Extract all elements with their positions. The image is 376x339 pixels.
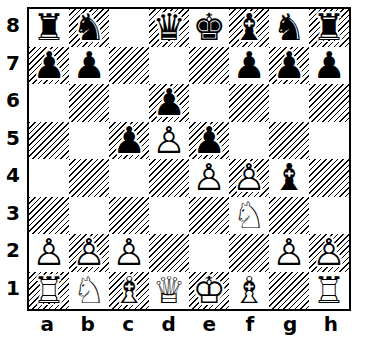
piece-black-knight[interactable]: ♞ (69, 9, 109, 47)
square-e2[interactable] (189, 234, 229, 272)
square-c6[interactable] (109, 84, 149, 122)
piece-white-pawn[interactable]: ♙ (269, 234, 309, 272)
piece-black-pawn[interactable]: ♟ (109, 122, 149, 160)
piece-white-pawn[interactable]: ♙ (29, 234, 69, 272)
square-b2[interactable]: ♟♙ (69, 234, 109, 272)
square-f6[interactable] (229, 84, 269, 122)
file-label-a: a (27, 310, 68, 338)
square-c2[interactable]: ♟♙ (109, 234, 149, 272)
rank-label-1: 1 (0, 270, 26, 308)
square-e7[interactable] (189, 47, 229, 85)
square-g6[interactable] (269, 84, 309, 122)
file-label-e: e (189, 310, 230, 338)
square-e4[interactable]: ♟♙ (189, 159, 229, 197)
piece-black-queen[interactable]: ♛ (149, 9, 189, 47)
square-h8[interactable]: ♜♜ (309, 9, 349, 47)
piece-black-rook[interactable]: ♜ (29, 9, 69, 47)
piece-white-queen[interactable]: ♕ (149, 272, 189, 310)
square-f2[interactable] (229, 234, 269, 272)
piece-black-pawn[interactable]: ♟ (69, 47, 109, 85)
square-a2[interactable]: ♟♙ (29, 234, 69, 272)
piece-black-bishop[interactable]: ♝ (229, 9, 269, 47)
file-label-c: c (108, 310, 149, 338)
piece-white-pawn[interactable]: ♙ (109, 234, 149, 272)
square-h5[interactable] (309, 122, 349, 160)
square-c1[interactable]: ♝♗ (109, 272, 149, 310)
square-d2[interactable] (149, 234, 189, 272)
square-a3[interactable] (29, 197, 69, 235)
square-a4[interactable] (29, 159, 69, 197)
piece-white-pawn[interactable]: ♙ (149, 122, 189, 160)
square-d4[interactable] (149, 159, 189, 197)
piece-black-pawn[interactable]: ♟ (149, 84, 189, 122)
square-c5[interactable]: ♟♟ (109, 122, 149, 160)
square-b7[interactable]: ♟♟ (69, 47, 109, 85)
piece-white-pawn[interactable]: ♙ (229, 159, 269, 197)
file-labels: abcdefgh (27, 310, 351, 338)
square-e1[interactable]: ♚♔ (189, 272, 229, 310)
piece-white-pawn[interactable]: ♙ (309, 234, 349, 272)
square-e8[interactable]: ♚♚ (189, 9, 229, 47)
square-b3[interactable] (69, 197, 109, 235)
square-f5[interactable] (229, 122, 269, 160)
square-c4[interactable] (109, 159, 149, 197)
square-a1[interactable]: ♜♖ (29, 272, 69, 310)
rank-label-4: 4 (0, 157, 26, 195)
piece-white-bishop[interactable]: ♗ (229, 272, 269, 310)
piece-black-pawn[interactable]: ♟ (309, 47, 349, 85)
square-g2[interactable]: ♟♙ (269, 234, 309, 272)
square-h3[interactable] (309, 197, 349, 235)
square-c8[interactable] (109, 9, 149, 47)
piece-white-pawn[interactable]: ♙ (189, 159, 229, 197)
square-f4[interactable]: ♟♙ (229, 159, 269, 197)
square-g7[interactable]: ♟♟ (269, 47, 309, 85)
square-b1[interactable]: ♞♘ (69, 272, 109, 310)
piece-black-pawn[interactable]: ♟ (29, 47, 69, 85)
square-f1[interactable]: ♝♗ (229, 272, 269, 310)
square-b6[interactable] (69, 84, 109, 122)
rank-label-6: 6 (0, 82, 26, 120)
square-g8[interactable]: ♞♞ (269, 9, 309, 47)
rank-label-8: 8 (0, 7, 26, 45)
file-label-d: d (149, 310, 190, 338)
square-c7[interactable] (109, 47, 149, 85)
piece-white-knight[interactable]: ♘ (69, 272, 109, 310)
square-f8[interactable]: ♝♝ (229, 9, 269, 47)
square-a7[interactable]: ♟♟ (29, 47, 69, 85)
piece-white-rook[interactable]: ♖ (309, 272, 349, 310)
rank-label-7: 7 (0, 45, 26, 83)
piece-white-pawn[interactable]: ♙ (69, 234, 109, 272)
square-g1[interactable] (269, 272, 309, 310)
square-e3[interactable] (189, 197, 229, 235)
file-label-h: h (311, 310, 352, 338)
square-g5[interactable] (269, 122, 309, 160)
square-h6[interactable] (309, 84, 349, 122)
rank-label-2: 2 (0, 232, 26, 270)
square-g3[interactable] (269, 197, 309, 235)
square-b4[interactable] (69, 159, 109, 197)
piece-black-rook[interactable]: ♜ (309, 9, 349, 47)
square-b8[interactable]: ♞♞ (69, 9, 109, 47)
piece-black-king[interactable]: ♚ (189, 9, 229, 47)
piece-black-pawn[interactable]: ♟ (269, 47, 309, 85)
square-h7[interactable]: ♟♟ (309, 47, 349, 85)
piece-white-rook[interactable]: ♖ (29, 272, 69, 310)
file-label-b: b (68, 310, 109, 338)
square-h4[interactable] (309, 159, 349, 197)
piece-black-bishop[interactable]: ♝ (269, 159, 309, 197)
piece-white-king[interactable]: ♔ (189, 272, 229, 310)
square-a8[interactable]: ♜♜ (29, 9, 69, 47)
square-c3[interactable] (109, 197, 149, 235)
square-d6[interactable]: ♟♟ (149, 84, 189, 122)
square-f7[interactable]: ♟♟ (229, 47, 269, 85)
piece-black-knight[interactable]: ♞ (269, 9, 309, 47)
file-label-f: f (230, 310, 271, 338)
square-d3[interactable] (149, 197, 189, 235)
file-label-g: g (270, 310, 311, 338)
chess-diagram: ♜♜♞♞♛♛♚♚♝♝♞♞♜♜♟♟♟♟♟♟♟♟♟♟♟♟♟♟♟♙♟♟♟♙♟♙♝♝♞♘… (0, 0, 376, 339)
square-d8[interactable]: ♛♛ (149, 9, 189, 47)
chess-board: ♜♜♞♞♛♛♚♚♝♝♞♞♜♜♟♟♟♟♟♟♟♟♟♟♟♟♟♟♟♙♟♟♟♙♟♙♝♝♞♘… (27, 7, 351, 311)
square-h2[interactable]: ♟♙ (309, 234, 349, 272)
rank-label-3: 3 (0, 195, 26, 233)
square-g4[interactable]: ♝♝ (269, 159, 309, 197)
square-f3[interactable]: ♞♘ (229, 197, 269, 235)
piece-white-knight[interactable]: ♘ (229, 197, 269, 235)
square-h1[interactable]: ♜♖ (309, 272, 349, 310)
square-e6[interactable] (189, 84, 229, 122)
piece-white-bishop[interactable]: ♗ (109, 272, 149, 310)
square-e5[interactable]: ♟♟ (189, 122, 229, 160)
square-b5[interactable] (69, 122, 109, 160)
square-a6[interactable] (29, 84, 69, 122)
square-d7[interactable] (149, 47, 189, 85)
piece-black-pawn[interactable]: ♟ (189, 122, 229, 160)
square-d5[interactable]: ♟♙ (149, 122, 189, 160)
square-a5[interactable] (29, 122, 69, 160)
square-d1[interactable]: ♛♕ (149, 272, 189, 310)
piece-black-pawn[interactable]: ♟ (229, 47, 269, 85)
rank-label-5: 5 (0, 120, 26, 158)
